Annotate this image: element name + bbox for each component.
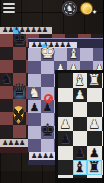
black-k-piece[interactable]: ♚ xyxy=(13,34,26,47)
square[interactable] xyxy=(102,102,104,117)
square[interactable] xyxy=(41,139,54,152)
board-frame xyxy=(0,147,28,153)
board-mono[interactable]: ♝♜♟♟♟♟♞♟♟♝♜ xyxy=(55,70,103,183)
white-n-piece[interactable]: ♞ xyxy=(28,87,41,100)
black-p-piece[interactable]: ♟ xyxy=(28,100,41,113)
black-q-piece[interactable]: ♛ xyxy=(13,86,26,99)
black-b-piece[interactable]: ♝ xyxy=(73,160,88,175)
white-p-piece[interactable]: ♟ xyxy=(87,117,102,132)
square[interactable] xyxy=(58,73,73,88)
captured-pawn: ♟ xyxy=(48,153,54,160)
square[interactable] xyxy=(13,47,26,60)
square[interactable] xyxy=(54,48,67,61)
square[interactable] xyxy=(87,131,102,146)
captured-pawn: ♟ xyxy=(42,27,48,34)
square[interactable] xyxy=(80,48,93,61)
square[interactable] xyxy=(73,117,88,132)
square[interactable] xyxy=(102,88,104,103)
captured-tray-bottom: ♟♟♟♟ xyxy=(29,152,57,160)
square[interactable] xyxy=(13,60,26,73)
blue-turn-indicator xyxy=(42,44,46,48)
medal-knight-icon[interactable]: ♞ xyxy=(62,1,77,16)
medal-knight-glyph: ♞ xyxy=(63,3,76,15)
square[interactable] xyxy=(0,112,13,125)
menu-hamburger-icon[interactable] xyxy=(3,3,15,13)
white-p-piece[interactable]: ♟ xyxy=(73,88,88,103)
square[interactable] xyxy=(41,61,54,74)
square[interactable] xyxy=(73,131,88,146)
square[interactable] xyxy=(102,146,104,161)
white-r-piece[interactable]: ♜ xyxy=(87,73,102,88)
square[interactable] xyxy=(73,102,88,117)
coin-sparkle-icon: ✦ xyxy=(92,9,97,15)
black-k-piece[interactable]: ♚ xyxy=(41,126,54,139)
square[interactable] xyxy=(28,139,41,152)
square[interactable] xyxy=(0,99,13,112)
square[interactable] xyxy=(41,74,54,87)
white-b-piece[interactable]: ♝ xyxy=(67,48,80,61)
square[interactable] xyxy=(0,125,13,138)
square[interactable] xyxy=(102,160,104,175)
square[interactable] xyxy=(28,61,41,74)
black-n-piece[interactable]: ♞ xyxy=(102,131,104,146)
captured-tray-bottom: ♟♟♟♟ xyxy=(0,139,30,147)
white-k-piece[interactable]: ♚ xyxy=(41,48,54,61)
square[interactable] xyxy=(13,125,26,138)
blue-turn-indicator xyxy=(14,30,18,34)
square[interactable] xyxy=(93,48,103,61)
black-p-piece[interactable]: ♟ xyxy=(58,131,73,146)
square[interactable] xyxy=(102,73,104,88)
app-screen: ♞ ✦ ♟♟♟♟♟♟♟♟ ♚♟♞♛ ♟♟♟♟ ♟♟♟♟♟♟♟ ♚♝♟♟♟♞♟♟♚… xyxy=(0,0,103,183)
square[interactable] xyxy=(0,47,13,60)
coin-inner-ring xyxy=(83,5,92,14)
board-frame xyxy=(28,160,56,165)
square[interactable] xyxy=(58,146,73,161)
square[interactable] xyxy=(58,102,73,117)
square[interactable] xyxy=(58,88,73,103)
top-bar: ♞ ✦ xyxy=(0,0,103,18)
captured-pawn: ♟ xyxy=(19,140,25,147)
white-b-piece[interactable]: ♝ xyxy=(73,73,88,88)
white-p-piece[interactable]: ♟ xyxy=(58,117,73,132)
board-frame xyxy=(55,178,103,183)
black-r-piece[interactable]: ♜ xyxy=(87,160,102,175)
square[interactable] xyxy=(87,102,102,117)
board-mono-grid: ♝♜♟♟♟♟♞♟♟♝♜ xyxy=(58,73,103,183)
square[interactable] xyxy=(58,160,73,175)
square[interactable] xyxy=(87,88,102,103)
